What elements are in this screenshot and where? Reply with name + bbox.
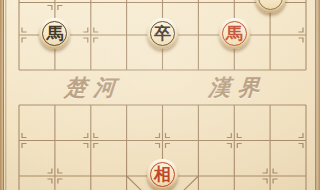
xiangqi-board[interactable]: 楚河 漢界 馬卒馬相 bbox=[0, 0, 320, 190]
piece-black-soldier[interactable]: 卒 bbox=[147, 18, 178, 49]
river-label-han-jie: 漢界 bbox=[200, 73, 267, 103]
river-label-chu-he: 楚河 bbox=[56, 73, 123, 103]
piece-red-elephant[interactable]: 相 bbox=[147, 159, 178, 190]
piece-character: 相 bbox=[147, 159, 178, 190]
piece-red-horse[interactable]: 馬 bbox=[219, 18, 250, 49]
piece-character: 馬 bbox=[219, 18, 250, 49]
piece-character: 馬 bbox=[39, 18, 70, 49]
piece-character bbox=[255, 0, 286, 13]
piece-partial-top[interactable] bbox=[255, 0, 286, 13]
piece-character: 卒 bbox=[147, 18, 178, 49]
piece-black-horse[interactable]: 馬 bbox=[39, 18, 70, 49]
